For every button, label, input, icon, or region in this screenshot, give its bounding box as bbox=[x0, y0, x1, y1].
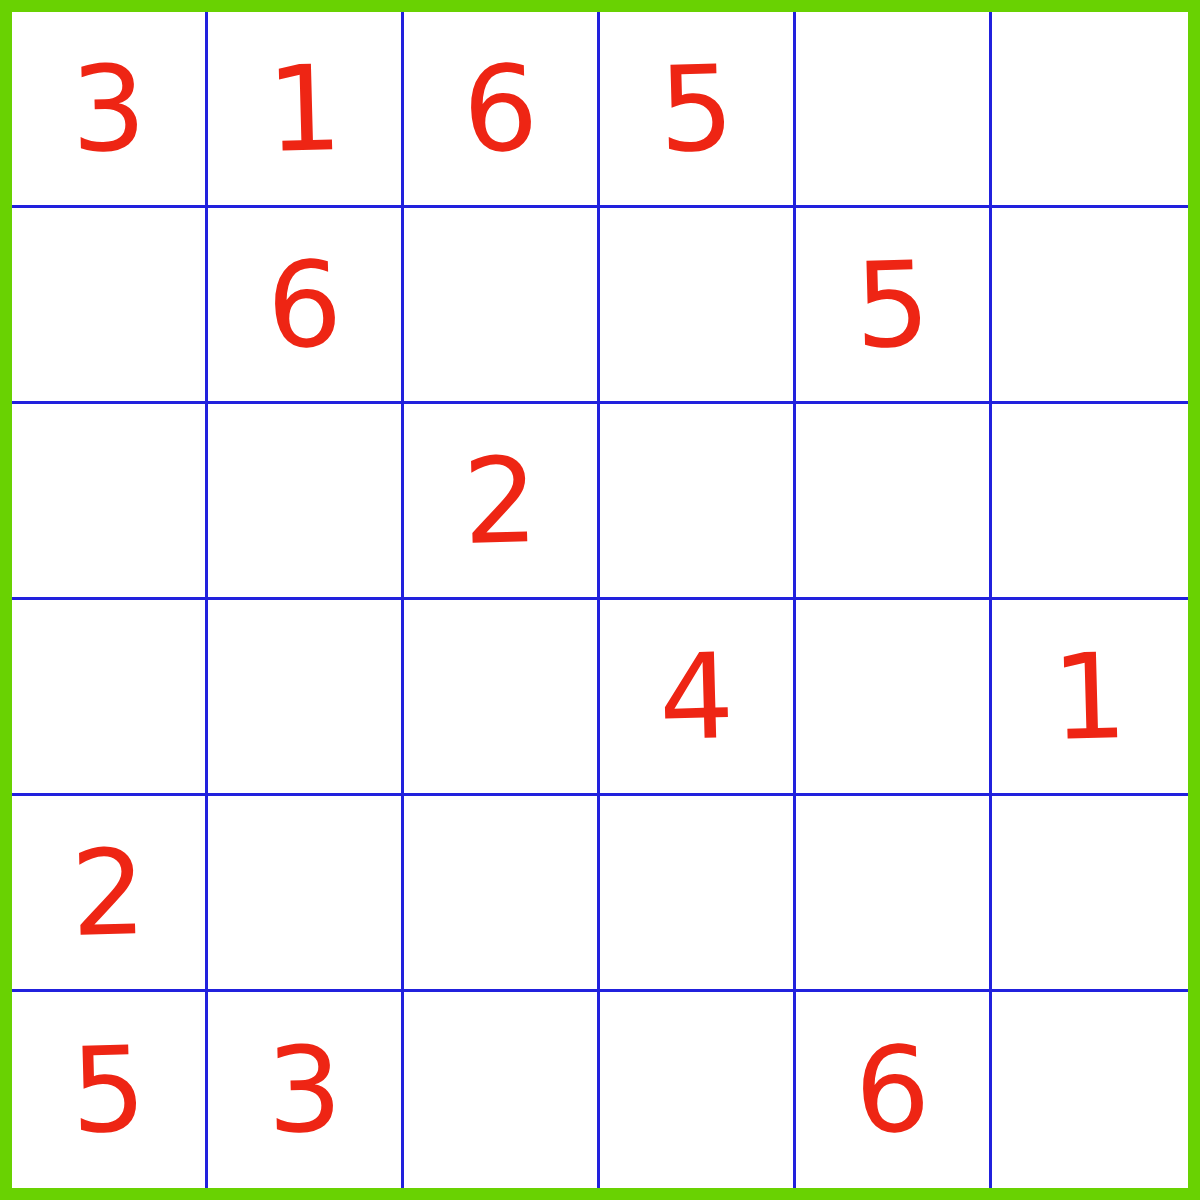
cell-r6c1[interactable]: 5 bbox=[12, 992, 208, 1188]
digit-r2c5: 5 bbox=[853, 245, 931, 365]
cell-r3c1[interactable] bbox=[12, 404, 208, 600]
cell-r1c6[interactable] bbox=[992, 12, 1188, 208]
digit-r6c5: 6 bbox=[853, 1030, 931, 1150]
cell-r4c1[interactable] bbox=[12, 600, 208, 796]
board-frame: 3 1 6 5 6 5 2 4 1 2 5 3 6 bbox=[0, 0, 1200, 1200]
cell-r4c3[interactable] bbox=[404, 600, 600, 796]
cell-r4c6[interactable]: 1 bbox=[992, 600, 1188, 796]
cell-r3c5[interactable] bbox=[796, 404, 992, 600]
digit-r1c4: 5 bbox=[657, 49, 735, 169]
cell-r2c5[interactable]: 5 bbox=[796, 208, 992, 404]
digit-r1c3: 6 bbox=[461, 49, 539, 169]
digit-r3c3: 2 bbox=[461, 441, 539, 561]
cell-r1c5[interactable] bbox=[796, 12, 992, 208]
cell-r4c5[interactable] bbox=[796, 600, 992, 796]
digit-r5c1: 2 bbox=[69, 833, 147, 953]
cell-r2c3[interactable] bbox=[404, 208, 600, 404]
cell-r1c4[interactable]: 5 bbox=[600, 12, 796, 208]
cell-r4c4[interactable]: 4 bbox=[600, 600, 796, 796]
cell-r6c6[interactable] bbox=[992, 992, 1188, 1188]
digit-r1c2: 1 bbox=[265, 49, 343, 169]
cell-r5c2[interactable] bbox=[208, 796, 404, 992]
cell-r5c6[interactable] bbox=[992, 796, 1188, 992]
sudoku-board: 3 1 6 5 6 5 2 4 1 2 5 3 6 bbox=[12, 12, 1188, 1188]
cell-r6c4[interactable] bbox=[600, 992, 796, 1188]
cell-r5c1[interactable]: 2 bbox=[12, 796, 208, 992]
cell-r1c2[interactable]: 1 bbox=[208, 12, 404, 208]
cell-r2c6[interactable] bbox=[992, 208, 1188, 404]
cell-r3c2[interactable] bbox=[208, 404, 404, 600]
cell-r3c6[interactable] bbox=[992, 404, 1188, 600]
digit-r4c4: 4 bbox=[657, 637, 735, 757]
cell-r2c2[interactable]: 6 bbox=[208, 208, 404, 404]
cell-r5c3[interactable] bbox=[404, 796, 600, 992]
cell-r4c2[interactable] bbox=[208, 600, 404, 796]
cell-r2c4[interactable] bbox=[600, 208, 796, 404]
cell-r2c1[interactable] bbox=[12, 208, 208, 404]
cell-r6c5[interactable]: 6 bbox=[796, 992, 992, 1188]
cell-r1c3[interactable]: 6 bbox=[404, 12, 600, 208]
digit-r6c2: 3 bbox=[265, 1030, 343, 1150]
digit-r4c6: 1 bbox=[1051, 637, 1129, 757]
digit-r2c2: 6 bbox=[265, 245, 343, 365]
cell-r5c4[interactable] bbox=[600, 796, 796, 992]
cell-r3c4[interactable] bbox=[600, 404, 796, 600]
digit-r1c1: 3 bbox=[69, 49, 147, 169]
cell-r1c1[interactable]: 3 bbox=[12, 12, 208, 208]
digit-r6c1: 5 bbox=[69, 1030, 147, 1150]
cell-r5c5[interactable] bbox=[796, 796, 992, 992]
cell-r3c3[interactable]: 2 bbox=[404, 404, 600, 600]
cell-r6c2[interactable]: 3 bbox=[208, 992, 404, 1188]
cell-r6c3[interactable] bbox=[404, 992, 600, 1188]
